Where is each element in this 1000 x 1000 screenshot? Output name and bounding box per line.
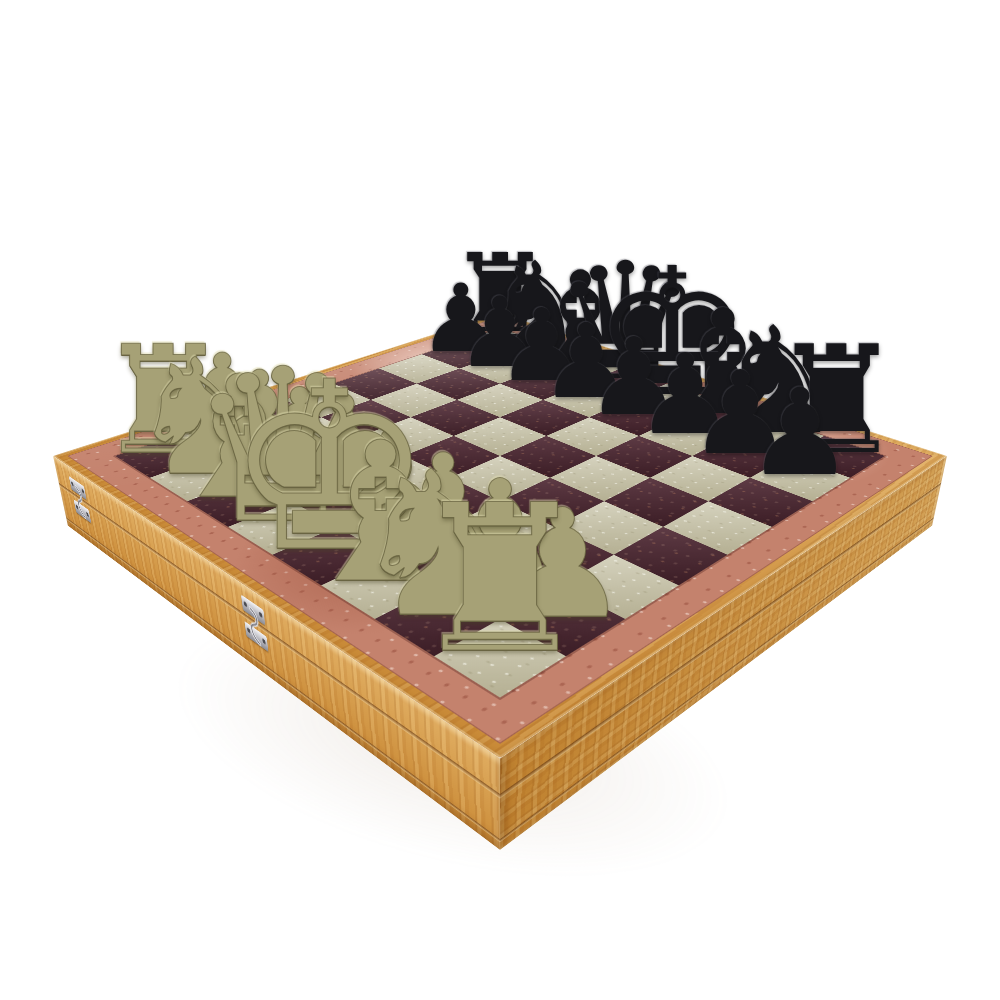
piece-black-pawn[interactable]: ♟ xyxy=(746,373,854,493)
square-h4[interactable] xyxy=(614,527,728,586)
product-photo-scene: ♜♞♝♛♚♝♞♜♟♟♟♟♟♟♟♟♟♟♟♟♟♟♟♟♜♞♝♛♚♝♞♜ xyxy=(0,0,1000,1000)
square-h5[interactable] xyxy=(663,501,772,555)
piece-white-rook[interactable]: ♜ xyxy=(409,479,592,683)
